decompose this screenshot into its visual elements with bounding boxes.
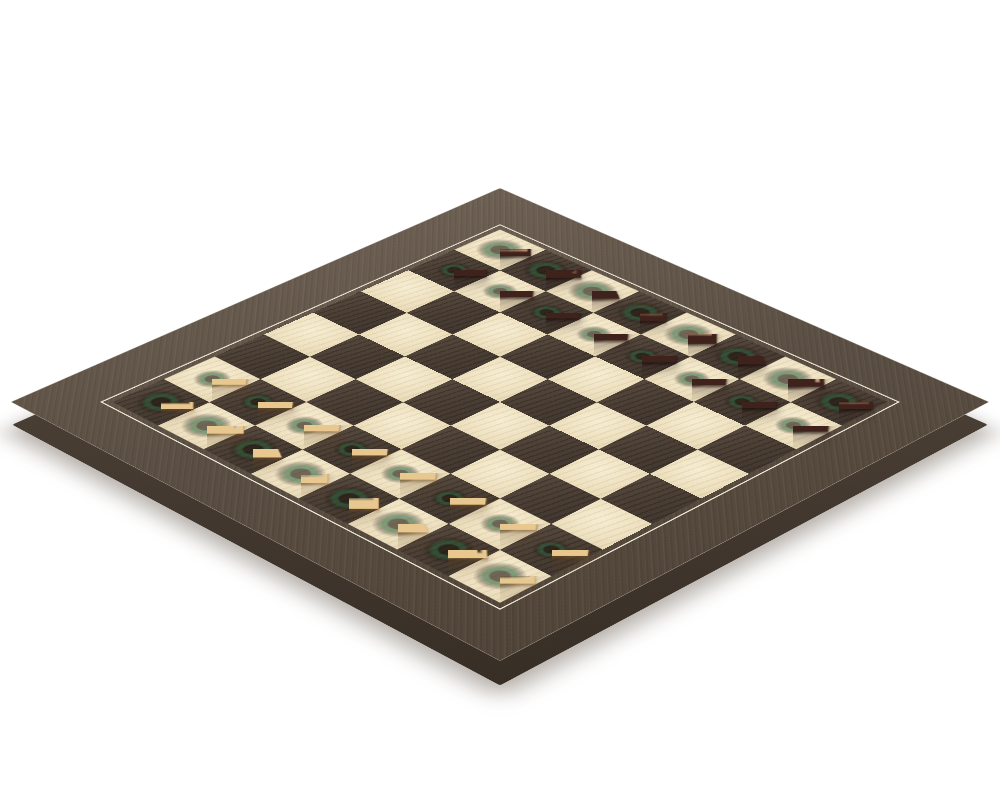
chess-set-photo-scene: ♜♞♝♛♚♝♞♜♟♟♟♟♟♟♟♟♟♟♟♟♟♟♟♟♜♞♝♛♚♝♞♜	[0, 0, 1000, 800]
chess-board: ♜♞♝♛♚♝♞♜♟♟♟♟♟♟♟♟♟♟♟♟♟♟♟♟♜♞♝♛♚♝♞♜	[11, 188, 990, 661]
